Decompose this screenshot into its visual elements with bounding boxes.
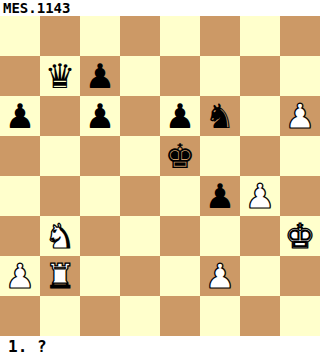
square-c6[interactable]: ♟: [80, 96, 120, 136]
square-f1[interactable]: [200, 296, 240, 336]
square-d5[interactable]: [120, 136, 160, 176]
piece-black-pawn[interactable]: ♟: [165, 99, 195, 133]
square-f8[interactable]: [200, 16, 240, 56]
square-d8[interactable]: [120, 16, 160, 56]
square-a2[interactable]: ♟: [0, 256, 40, 296]
square-a8[interactable]: [0, 16, 40, 56]
square-g2[interactable]: [240, 256, 280, 296]
square-d4[interactable]: [120, 176, 160, 216]
square-b3[interactable]: ♞: [40, 216, 80, 256]
square-e6[interactable]: ♟: [160, 96, 200, 136]
square-g5[interactable]: [240, 136, 280, 176]
square-b6[interactable]: [40, 96, 80, 136]
square-e5[interactable]: ♚: [160, 136, 200, 176]
square-c5[interactable]: [80, 136, 120, 176]
square-a6[interactable]: ♟: [0, 96, 40, 136]
square-f2[interactable]: ♟: [200, 256, 240, 296]
piece-white-pawn[interactable]: ♟: [205, 259, 235, 293]
square-g4[interactable]: ♟: [240, 176, 280, 216]
move-prompt: 1. ?: [0, 336, 320, 360]
square-a4[interactable]: [0, 176, 40, 216]
square-h4[interactable]: [280, 176, 320, 216]
square-g1[interactable]: [240, 296, 280, 336]
square-e3[interactable]: [160, 216, 200, 256]
square-c3[interactable]: [80, 216, 120, 256]
piece-black-pawn[interactable]: ♟: [85, 59, 115, 93]
square-e1[interactable]: [160, 296, 200, 336]
piece-white-knight[interactable]: ♞: [45, 219, 75, 253]
piece-black-pawn[interactable]: ♟: [5, 99, 35, 133]
piece-white-pawn[interactable]: ♟: [5, 259, 35, 293]
piece-white-pawn[interactable]: ♟: [285, 99, 315, 133]
square-c8[interactable]: [80, 16, 120, 56]
square-e4[interactable]: [160, 176, 200, 216]
square-b2[interactable]: ♜: [40, 256, 80, 296]
square-b1[interactable]: [40, 296, 80, 336]
square-g7[interactable]: [240, 56, 280, 96]
square-e8[interactable]: [160, 16, 200, 56]
square-a1[interactable]: [0, 296, 40, 336]
square-h5[interactable]: [280, 136, 320, 176]
square-e2[interactable]: [160, 256, 200, 296]
piece-black-pawn[interactable]: ♟: [85, 99, 115, 133]
square-b5[interactable]: [40, 136, 80, 176]
square-c7[interactable]: ♟: [80, 56, 120, 96]
square-d7[interactable]: [120, 56, 160, 96]
square-g3[interactable]: [240, 216, 280, 256]
piece-black-knight[interactable]: ♞: [205, 99, 235, 133]
square-a7[interactable]: [0, 56, 40, 96]
chess-board: ♛♟♟♟♟♞♟♚♟♟♞♚♟♜♟: [0, 16, 320, 336]
square-d6[interactable]: [120, 96, 160, 136]
square-b4[interactable]: [40, 176, 80, 216]
piece-black-queen[interactable]: ♛: [45, 59, 75, 93]
square-h1[interactable]: [280, 296, 320, 336]
piece-white-king[interactable]: ♚: [285, 219, 315, 253]
square-h7[interactable]: [280, 56, 320, 96]
square-f4[interactable]: ♟: [200, 176, 240, 216]
piece-black-pawn[interactable]: ♟: [205, 179, 235, 213]
piece-white-rook[interactable]: ♜: [45, 259, 75, 293]
square-h8[interactable]: [280, 16, 320, 56]
square-h3[interactable]: ♚: [280, 216, 320, 256]
square-e7[interactable]: [160, 56, 200, 96]
square-b8[interactable]: [40, 16, 80, 56]
square-d1[interactable]: [120, 296, 160, 336]
square-b7[interactable]: ♛: [40, 56, 80, 96]
square-f7[interactable]: [200, 56, 240, 96]
square-g8[interactable]: [240, 16, 280, 56]
piece-black-king[interactable]: ♚: [165, 139, 195, 173]
square-c2[interactable]: [80, 256, 120, 296]
square-c1[interactable]: [80, 296, 120, 336]
square-h6[interactable]: ♟: [280, 96, 320, 136]
square-h2[interactable]: [280, 256, 320, 296]
square-f3[interactable]: [200, 216, 240, 256]
square-a5[interactable]: [0, 136, 40, 176]
puzzle-id-label: MES.1143: [0, 0, 320, 16]
square-d3[interactable]: [120, 216, 160, 256]
piece-white-pawn[interactable]: ♟: [245, 179, 275, 213]
square-f5[interactable]: [200, 136, 240, 176]
square-c4[interactable]: [80, 176, 120, 216]
square-d2[interactable]: [120, 256, 160, 296]
square-g6[interactable]: [240, 96, 280, 136]
square-a3[interactable]: [0, 216, 40, 256]
square-f6[interactable]: ♞: [200, 96, 240, 136]
